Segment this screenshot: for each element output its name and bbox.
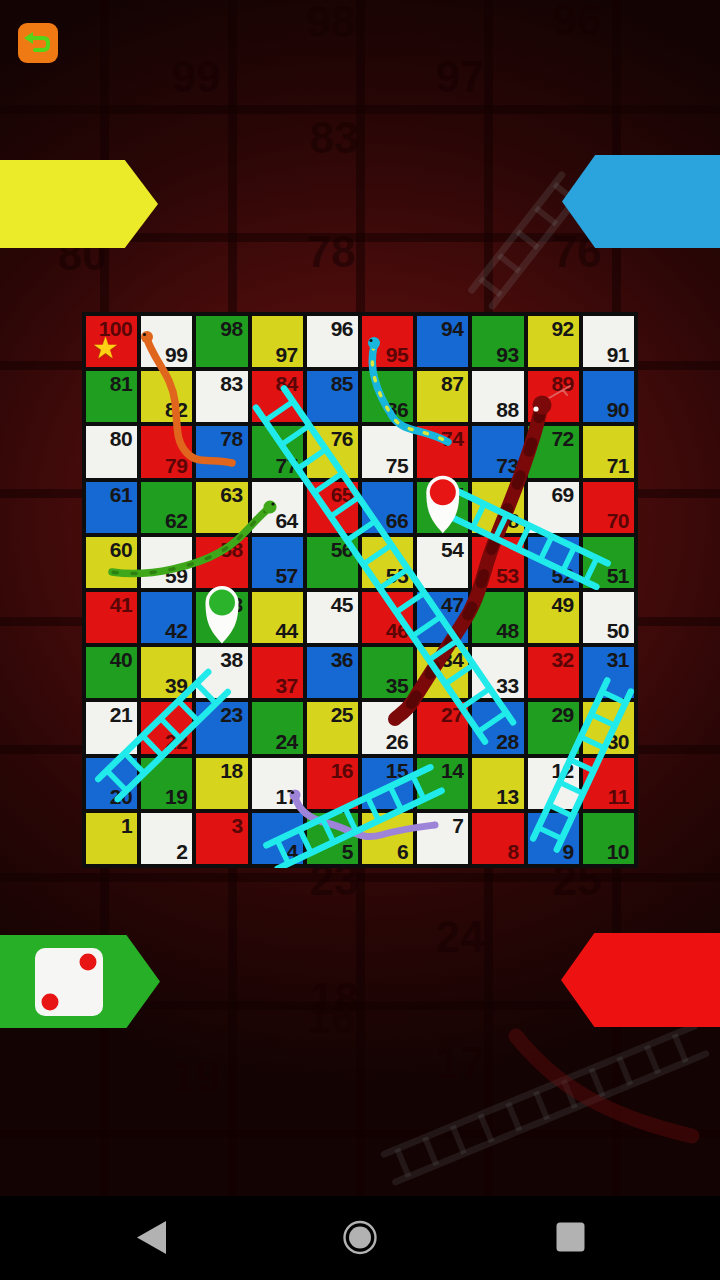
background-number: 83 [310,113,359,163]
cell-number: 8 [507,841,518,862]
player-flag-green [0,935,160,1028]
android-navbar [0,1196,720,1280]
cell-number: 41 [110,594,132,615]
cell-number: 84 [275,373,297,394]
cell-87: 87 [417,371,468,422]
player-flag-red [561,933,720,1027]
cell-47: 47 [417,592,468,643]
cell-number: 9 [563,841,574,862]
cell-8: 8 [472,813,523,864]
cell-48: 48 [472,592,523,643]
cell-number: 32 [551,649,573,670]
cell-number: 6 [397,841,408,862]
cell-number: 81 [110,373,132,394]
cell-17: 17 [252,758,303,809]
cell-number: 19 [165,786,187,807]
cell-13: 13 [472,758,523,809]
cell-number: 46 [386,620,408,641]
cell-10: 10 [583,813,634,864]
cell-number: 52 [551,565,573,586]
cell-number: 17 [275,786,297,807]
cell-number: 51 [607,565,629,586]
background-number: 99 [172,52,221,102]
cell-number: 21 [110,704,132,725]
cell-number: 13 [496,786,518,807]
cell-number: 50 [607,620,629,641]
cell-number: 31 [607,649,629,670]
cell-25: 25 [307,702,358,753]
background-number: 98 [307,0,356,47]
cell-number: 10 [607,841,629,862]
cell-number: 37 [275,675,297,696]
cell-5: 5 [307,813,358,864]
cell-number: 78 [220,428,242,449]
cell-38: 38 [196,647,247,698]
cell-number: 4 [287,841,298,862]
cell-53: 53 [472,537,523,588]
cell-32: 32 [528,647,579,698]
cell-75: 75 [362,426,413,477]
cell-51: 51 [583,537,634,588]
cell-58: 58 [196,537,247,588]
cell-61: 61 [86,482,137,533]
cell-44: 44 [252,592,303,643]
cell-number: 93 [496,344,518,365]
cell-number: 88 [496,399,518,420]
cell-4: 4 [252,813,303,864]
cell-number: 91 [607,344,629,365]
cell-98: 98 [196,316,247,367]
cell-14: 14 [417,758,468,809]
cell-number: 29 [551,704,573,725]
cell-30: 30 [583,702,634,753]
cell-number: 73 [496,455,518,476]
cell-number: 80 [110,428,132,449]
cell-46: 46 [362,592,413,643]
cell-number: 79 [165,455,187,476]
cell-number: 66 [386,510,408,531]
cell-86: 86 [362,371,413,422]
cell-54: 54 [417,537,468,588]
cell-63: 63 [196,482,247,533]
cell-37: 37 [252,647,303,698]
cell-number: 86 [386,399,408,420]
cell-12: 12 [528,758,579,809]
cell-88: 88 [472,371,523,422]
cell-number: 24 [275,731,297,752]
cell-number: 82 [165,399,187,420]
cell-number: 43 [220,594,242,615]
nav-back-icon[interactable] [137,1221,166,1254]
cell-number: 92 [551,318,573,339]
cell-19: 19 [141,758,192,809]
cell-number: 22 [165,731,187,752]
cell-33: 33 [472,647,523,698]
cell-number: 60 [110,539,132,560]
cell-number: 11 [608,786,629,807]
cell-number: 38 [220,649,242,670]
cell-59: 59 [141,537,192,588]
cell-3: 3 [196,813,247,864]
cell-number: 34 [441,649,463,670]
cell-66: 66 [362,482,413,533]
cell-number: 98 [220,318,242,339]
cell-number: 28 [496,731,518,752]
background-number: 17 [436,1038,485,1088]
cell-number: 83 [220,373,242,394]
cell-89: 89 [528,371,579,422]
cell-34: 34 [417,647,468,698]
cell-11: 11 [583,758,634,809]
cell-83: 83 [196,371,247,422]
back-button[interactable] [18,23,58,63]
cell-number: 72 [551,428,573,449]
cell-number: 33 [496,675,518,696]
cell-number: 87 [441,373,463,394]
cell-80: 80 [86,426,137,477]
cell-16: 16 [307,758,358,809]
cell-number: 3 [231,815,242,836]
cell-82: 82 [141,371,192,422]
cell-number: 7 [452,815,463,836]
cell-20: 20 [86,758,137,809]
cell-number: 40 [110,649,132,670]
board: ★ 10099989796959493929181828384858687888… [82,312,638,868]
cell-97: 97 [252,316,303,367]
background-number: 24 [436,912,485,962]
cell-18: 18 [196,758,247,809]
undo-arrow-icon [24,30,52,56]
cell-21: 21 [86,702,137,753]
cell-number: 36 [331,649,353,670]
cell-92: 92 [528,316,579,367]
cell-number: 53 [496,565,518,586]
cell-number: 95 [386,344,408,365]
cell-number: 39 [165,675,187,696]
cell-79: 79 [141,426,192,477]
cell-93: 93 [472,316,523,367]
cell-number: 25 [331,704,353,725]
cell-43: 43 [196,592,247,643]
cell-70: 70 [583,482,634,533]
cell-45: 45 [307,592,358,643]
cell-number: 67 [441,484,463,505]
cell-69: 69 [528,482,579,533]
player-flag-blue [562,155,720,248]
cell-number: 94 [441,318,463,339]
cell-number: 65 [331,484,353,505]
background-number: 97 [436,52,485,102]
cell-71: 71 [583,426,634,477]
cell-number: 18 [220,760,242,781]
cell-number: 68 [496,510,518,531]
nav-recents-icon[interactable] [557,1223,585,1252]
cell-number: 42 [165,620,187,641]
cell-number: 69 [551,484,573,505]
cell-96: 96 [307,316,358,367]
cell-number: 30 [607,731,629,752]
cell-number: 45 [331,594,353,615]
cell-number: 15 [386,760,408,781]
cell-36: 36 [307,647,358,698]
cell-1: 1 [86,813,137,864]
cell-39: 39 [141,647,192,698]
background-number: 19 [172,1052,221,1102]
cell-60: 60 [86,537,137,588]
cell-22: 22 [141,702,192,753]
cell-number: 27 [441,704,463,725]
cell-77: 77 [252,426,303,477]
game-screen: 989699978378807623252418161917 ★ 1009998… [0,0,720,1280]
cell-number: 77 [275,455,297,476]
cell-73: 73 [472,426,523,477]
cell-68: 68 [472,482,523,533]
cell-number: 62 [165,510,187,531]
cell-number: 75 [386,455,408,476]
cell-29: 29 [528,702,579,753]
cell-number: 97 [275,344,297,365]
cell-number: 85 [331,373,353,394]
background-number: 16 [307,993,356,1043]
cell-number: 57 [275,565,297,586]
cell-56: 56 [307,537,358,588]
cell-85: 85 [307,371,358,422]
cell-26: 26 [362,702,413,753]
cell-number: 26 [386,731,408,752]
cell-number: 70 [607,510,629,531]
cell-28: 28 [472,702,523,753]
cell-number: 64 [275,510,297,531]
cell-number: 71 [607,455,629,476]
cell-7: 7 [417,813,468,864]
cell-72: 72 [528,426,579,477]
cell-number: 23 [220,704,242,725]
dice-button[interactable] [35,948,103,1016]
cell-number: 14 [441,760,463,781]
cell-99: 99 [141,316,192,367]
cell-number: 59 [165,565,187,586]
cell-number: 61 [110,484,132,505]
cell-95: 95 [362,316,413,367]
nav-home-icon[interactable] [345,1222,376,1253]
cell-number: 35 [386,675,408,696]
player-flag-yellow [0,160,158,248]
cell-2: 2 [141,813,192,864]
cell-number: 47 [441,594,463,615]
cell-94: 94 [417,316,468,367]
cell-number: 1 [121,815,132,836]
background-number: 78 [307,227,356,277]
cell-76: 76 [307,426,358,477]
cell-74: 74 [417,426,468,477]
cell-90: 90 [583,371,634,422]
cell-65: 65 [307,482,358,533]
cell-number: 89 [551,373,573,394]
start-star-icon: ★ [92,333,119,363]
cell-6: 6 [362,813,413,864]
cell-15: 15 [362,758,413,809]
cell-number: 2 [176,841,187,862]
cell-42: 42 [141,592,192,643]
cell-number: 96 [331,318,353,339]
dice-pip [80,954,97,971]
cell-64: 64 [252,482,303,533]
cell-number: 49 [551,594,573,615]
cell-49: 49 [528,592,579,643]
dice-pip [41,993,58,1010]
background-number: 96 [553,0,602,45]
cell-41: 41 [86,592,137,643]
cell-number: 58 [220,539,242,560]
cell-number: 56 [331,539,353,560]
cell-number: 55 [386,565,408,586]
cell-35: 35 [362,647,413,698]
cell-number: 48 [496,620,518,641]
cell-23: 23 [196,702,247,753]
cell-number: 20 [110,786,132,807]
cell-number: 90 [607,399,629,420]
cell-57: 57 [252,537,303,588]
cell-40: 40 [86,647,137,698]
cell-24: 24 [252,702,303,753]
cell-52: 52 [528,537,579,588]
cell-number: 5 [342,841,353,862]
cell-9: 9 [528,813,579,864]
cell-number: 16 [331,760,353,781]
cell-50: 50 [583,592,634,643]
cell-number: 76 [331,428,353,449]
cell-67: 67 [417,482,468,533]
cell-number: 74 [441,428,463,449]
cell-55: 55 [362,537,413,588]
cell-number: 99 [165,344,187,365]
cell-78: 78 [196,426,247,477]
cell-number: 44 [275,620,297,641]
cell-number: 63 [220,484,242,505]
cell-91: 91 [583,316,634,367]
cell-number: 12 [551,760,573,781]
cell-31: 31 [583,647,634,698]
cell-number: 54 [441,539,463,560]
cell-62: 62 [141,482,192,533]
cell-27: 27 [417,702,468,753]
cell-81: 81 [86,371,137,422]
cell-84: 84 [252,371,303,422]
